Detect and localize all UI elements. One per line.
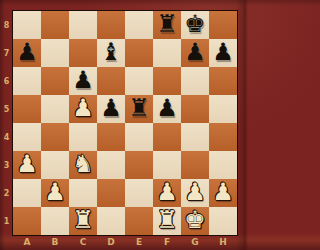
rank-label-6: 6 bbox=[0, 67, 13, 95]
rank-label-2: 2 bbox=[0, 179, 13, 207]
piece-white-pawn-h2[interactable]: ♟ bbox=[209, 179, 237, 207]
square-d1[interactable] bbox=[97, 207, 125, 235]
piece-white-rook-f1[interactable]: ♜ bbox=[153, 207, 181, 235]
file-label-e: E bbox=[125, 235, 153, 249]
square-f6[interactable] bbox=[153, 67, 181, 95]
square-g3[interactable] bbox=[181, 151, 209, 179]
file-label-h: H bbox=[209, 235, 237, 249]
file-label-b: B bbox=[41, 235, 69, 249]
rank-label-8: 8 bbox=[0, 11, 13, 39]
square-e6[interactable] bbox=[125, 67, 153, 95]
square-f7[interactable] bbox=[153, 39, 181, 67]
square-c6[interactable]: ♟ bbox=[69, 67, 97, 95]
square-a7[interactable]: ♟ bbox=[13, 39, 41, 67]
file-label-d: D bbox=[97, 235, 125, 249]
chess-board[interactable]: ♜♚♟♝♟♟♟♟♟♜♟♟♞♟♟♟♟♜♜♚ bbox=[13, 11, 237, 235]
square-e8[interactable] bbox=[125, 11, 153, 39]
square-h5[interactable] bbox=[209, 95, 237, 123]
piece-black-pawn-h7[interactable]: ♟ bbox=[209, 39, 237, 67]
square-b4[interactable] bbox=[41, 123, 69, 151]
square-f1[interactable]: ♜ bbox=[153, 207, 181, 235]
square-d6[interactable] bbox=[97, 67, 125, 95]
square-e2[interactable] bbox=[125, 179, 153, 207]
square-e1[interactable] bbox=[125, 207, 153, 235]
square-d2[interactable] bbox=[97, 179, 125, 207]
square-f2[interactable]: ♟ bbox=[153, 179, 181, 207]
square-d8[interactable] bbox=[97, 11, 125, 39]
piece-white-rook-c1[interactable]: ♜ bbox=[69, 207, 97, 235]
piece-black-rook-e5[interactable]: ♜ bbox=[125, 95, 153, 123]
piece-black-pawn-a7[interactable]: ♟ bbox=[13, 39, 41, 67]
square-h2[interactable]: ♟ bbox=[209, 179, 237, 207]
square-g6[interactable] bbox=[181, 67, 209, 95]
file-label-g: G bbox=[181, 235, 209, 249]
square-g1[interactable]: ♚ bbox=[181, 207, 209, 235]
square-c3[interactable]: ♞ bbox=[69, 151, 97, 179]
square-e7[interactable] bbox=[125, 39, 153, 67]
piece-black-rook-f8[interactable]: ♜ bbox=[153, 11, 181, 39]
square-a6[interactable] bbox=[13, 67, 41, 95]
piece-black-pawn-g7[interactable]: ♟ bbox=[181, 39, 209, 67]
square-c2[interactable] bbox=[69, 179, 97, 207]
square-a5[interactable] bbox=[13, 95, 41, 123]
piece-black-pawn-f5[interactable]: ♟ bbox=[153, 95, 181, 123]
square-h1[interactable] bbox=[209, 207, 237, 235]
square-c7[interactable] bbox=[69, 39, 97, 67]
chessboard-app: { "game": "chess", "orientation": "white… bbox=[0, 0, 250, 250]
square-f4[interactable] bbox=[153, 123, 181, 151]
square-h8[interactable] bbox=[209, 11, 237, 39]
rank-label-4: 4 bbox=[0, 123, 13, 151]
square-f3[interactable] bbox=[153, 151, 181, 179]
square-c1[interactable]: ♜ bbox=[69, 207, 97, 235]
square-d5[interactable]: ♟ bbox=[97, 95, 125, 123]
rank-label-5: 5 bbox=[0, 95, 13, 123]
square-b6[interactable] bbox=[41, 67, 69, 95]
piece-white-pawn-g2[interactable]: ♟ bbox=[181, 179, 209, 207]
square-d7[interactable]: ♝ bbox=[97, 39, 125, 67]
square-a8[interactable] bbox=[13, 11, 41, 39]
square-g5[interactable] bbox=[181, 95, 209, 123]
square-c5[interactable]: ♟ bbox=[69, 95, 97, 123]
square-a4[interactable] bbox=[13, 123, 41, 151]
piece-white-pawn-c5[interactable]: ♟ bbox=[69, 95, 97, 123]
square-a2[interactable] bbox=[13, 179, 41, 207]
square-b8[interactable] bbox=[41, 11, 69, 39]
rank-labels: 87654321 bbox=[0, 11, 13, 235]
square-b1[interactable] bbox=[41, 207, 69, 235]
square-g7[interactable]: ♟ bbox=[181, 39, 209, 67]
square-g4[interactable] bbox=[181, 123, 209, 151]
square-g8[interactable]: ♚ bbox=[181, 11, 209, 39]
piece-black-king-g8[interactable]: ♚ bbox=[181, 11, 209, 39]
square-c8[interactable] bbox=[69, 11, 97, 39]
square-d3[interactable] bbox=[97, 151, 125, 179]
square-h6[interactable] bbox=[209, 67, 237, 95]
square-f8[interactable]: ♜ bbox=[153, 11, 181, 39]
square-b5[interactable] bbox=[41, 95, 69, 123]
file-label-c: C bbox=[69, 235, 97, 249]
rank-label-7: 7 bbox=[0, 39, 13, 67]
file-labels: ABCDEFGH bbox=[13, 235, 237, 249]
square-e3[interactable] bbox=[125, 151, 153, 179]
square-b3[interactable] bbox=[41, 151, 69, 179]
square-b2[interactable]: ♟ bbox=[41, 179, 69, 207]
square-h7[interactable]: ♟ bbox=[209, 39, 237, 67]
piece-white-pawn-a3[interactable]: ♟ bbox=[13, 151, 41, 179]
square-g2[interactable]: ♟ bbox=[181, 179, 209, 207]
square-e5[interactable]: ♜ bbox=[125, 95, 153, 123]
piece-black-pawn-d5[interactable]: ♟ bbox=[97, 95, 125, 123]
square-c4[interactable] bbox=[69, 123, 97, 151]
square-h4[interactable] bbox=[209, 123, 237, 151]
piece-white-pawn-f2[interactable]: ♟ bbox=[153, 179, 181, 207]
file-label-f: F bbox=[153, 235, 181, 249]
piece-black-pawn-c6[interactable]: ♟ bbox=[69, 67, 97, 95]
square-a1[interactable] bbox=[13, 207, 41, 235]
file-label-a: A bbox=[13, 235, 41, 249]
piece-white-pawn-b2[interactable]: ♟ bbox=[41, 179, 69, 207]
piece-white-knight-c3[interactable]: ♞ bbox=[69, 151, 97, 179]
square-d4[interactable] bbox=[97, 123, 125, 151]
square-h3[interactable] bbox=[209, 151, 237, 179]
square-b7[interactable] bbox=[41, 39, 69, 67]
rank-label-1: 1 bbox=[0, 207, 13, 235]
square-f5[interactable]: ♟ bbox=[153, 95, 181, 123]
rank-label-3: 3 bbox=[0, 151, 13, 179]
piece-black-bishop-d7[interactable]: ♝ bbox=[97, 39, 125, 67]
square-e4[interactable] bbox=[125, 123, 153, 151]
square-a3[interactable]: ♟ bbox=[13, 151, 41, 179]
piece-white-king-g1[interactable]: ♚ bbox=[181, 207, 209, 235]
